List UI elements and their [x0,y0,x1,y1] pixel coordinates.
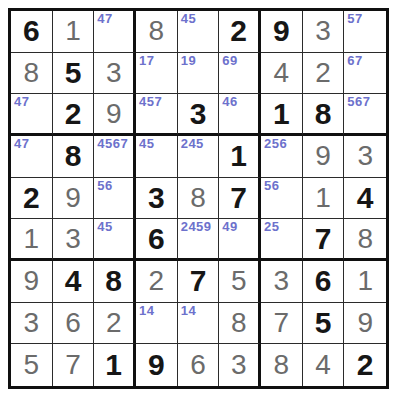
cell-r7c7[interactable]: 3 [261,261,303,303]
candidate-marks: 45 [181,12,196,26]
cell-r2c6[interactable]: 69 [219,53,261,95]
solved-digit: 8 [274,351,290,379]
cell-r8c6[interactable]: 8 [219,303,261,345]
candidate-marks: 17 [139,54,154,68]
cell-r5c8[interactable]: 1 [303,178,345,220]
cell-r9c3[interactable]: 1 [94,344,136,386]
given-digit: 1 [273,99,290,129]
cell-r7c5[interactable]: 7 [178,261,220,303]
cell-r5c9[interactable]: 4 [344,178,386,220]
cell-r3c6[interactable]: 46 [219,94,261,136]
cell-r3c3[interactable]: 9 [94,94,136,136]
solved-digit: 8 [190,184,206,212]
candidate-marks: 57 [347,12,362,26]
cell-r8c7[interactable]: 7 [261,303,303,345]
solved-digit: 2 [149,267,165,295]
solved-digit: 9 [106,100,122,128]
given-digit: 2 [65,99,82,129]
candidate-marks: 47 [14,137,29,151]
given-digit: 6 [148,224,165,254]
given-digit: 9 [148,350,165,380]
solved-digit: 8 [149,17,165,45]
cell-r7c4[interactable]: 2 [136,261,178,303]
cell-r3c7[interactable]: 1 [261,94,303,136]
candidate-marks: 56 [97,179,112,193]
cell-r4c4[interactable]: 45 [136,136,178,178]
cell-r4c1[interactable]: 47 [11,136,53,178]
given-digit: 6 [315,266,332,296]
given-digit: 4 [357,183,374,213]
cell-r6c7[interactable]: 25 [261,219,303,261]
candidate-marks: 2459 [181,220,212,234]
given-digit: 3 [190,99,207,129]
solved-digit: 5 [24,351,40,379]
candidate-marks: 67 [347,54,362,68]
given-digit: 7 [230,183,247,213]
candidate-marks: 245 [181,137,204,151]
solved-digit: 9 [315,142,331,170]
given-digit: 6 [23,16,40,46]
cell-r9c4[interactable]: 9 [136,344,178,386]
solved-digit: 1 [65,17,81,45]
cell-r3c1[interactable]: 47 [11,94,53,136]
cell-r8c1[interactable]: 3 [11,303,53,345]
candidate-marks: 45 [139,137,154,151]
given-digit: 1 [230,141,247,171]
candidate-marks: 56 [264,179,279,193]
solved-digit: 8 [24,59,40,87]
cell-r6c3[interactable]: 45 [94,219,136,261]
candidate-marks: 4567 [97,137,128,151]
cell-r7c3[interactable]: 8 [94,261,136,303]
solved-digit: 1 [357,267,373,295]
given-digit: 2 [357,350,374,380]
cell-r4c6[interactable]: 1 [219,136,261,178]
given-digit: 5 [315,308,332,338]
cell-r5c3[interactable]: 56 [94,178,136,220]
cell-r2c5[interactable]: 19 [178,53,220,95]
cell-r4c3[interactable]: 4567 [94,136,136,178]
solved-digit: 6 [190,351,206,379]
solved-digit: 8 [231,309,247,337]
solved-digit: 4 [315,351,331,379]
given-digit: 9 [273,16,290,46]
solved-digit: 8 [357,225,373,253]
cell-r3c8[interactable]: 8 [303,94,345,136]
cell-r8c4[interactable]: 14 [136,303,178,345]
cell-r1c7[interactable]: 9 [261,11,303,53]
cell-r2c1[interactable]: 8 [11,53,53,95]
cell-r5c1[interactable]: 2 [11,178,53,220]
candidate-marks: 256 [264,137,287,151]
cell-r3c5[interactable]: 3 [178,94,220,136]
cell-r1c8[interactable]: 3 [303,11,345,53]
given-digit: 2 [23,183,40,213]
given-digit: 7 [315,224,332,254]
cell-r5c7[interactable]: 56 [261,178,303,220]
cell-r9c1[interactable]: 5 [11,344,53,386]
candidate-marks: 457 [139,95,162,109]
solved-digit: 3 [65,225,81,253]
solved-digit: 3 [106,59,122,87]
cell-r7c8[interactable]: 6 [303,261,345,303]
given-digit: 7 [190,266,207,296]
candidate-marks: 49 [222,220,237,234]
cell-r4c7[interactable]: 256 [261,136,303,178]
solved-digit: 2 [315,59,331,87]
cell-r4c2[interactable]: 8 [53,136,95,178]
candidate-marks: 46 [222,95,237,109]
cell-r8c2[interactable]: 6 [53,303,95,345]
cell-r3c2[interactable]: 2 [53,94,95,136]
cell-r2c7[interactable]: 4 [261,53,303,95]
solved-digit: 9 [357,309,373,337]
candidate-marks: 47 [14,95,29,109]
cell-r8c8[interactable]: 5 [303,303,345,345]
solved-digit: 1 [24,225,40,253]
sudoku-board-wrap: 6147845293578531719694267472945734618567… [8,8,389,389]
cell-r3c4[interactable]: 457 [136,94,178,136]
solved-digit: 7 [65,351,81,379]
solved-digit: 3 [24,309,40,337]
cell-r9c8[interactable]: 4 [303,344,345,386]
solved-digit: 4 [274,59,290,87]
cell-r4c9[interactable]: 3 [344,136,386,178]
cell-r6c1[interactable]: 1 [11,219,53,261]
candidate-marks: 69 [222,54,237,68]
cell-r6c5[interactable]: 2459 [178,219,220,261]
cell-r8c3[interactable]: 2 [94,303,136,345]
solved-digit: 9 [24,267,40,295]
given-digit: 4 [65,266,82,296]
cell-r1c3[interactable]: 47 [94,11,136,53]
sudoku-board: 6147845293578531719694267472945734618567… [8,8,389,389]
given-digit: 1 [105,350,122,380]
cell-r1c1[interactable]: 6 [11,11,53,53]
given-digit: 8 [105,266,122,296]
cell-r3c9[interactable]: 567 [344,94,386,136]
solved-digit: 3 [357,142,373,170]
candidate-marks: 19 [181,54,196,68]
solved-digit: 1 [315,184,331,212]
cell-r6c9[interactable]: 8 [344,219,386,261]
cell-r2c8[interactable]: 2 [303,53,345,95]
cell-r2c9[interactable]: 67 [344,53,386,95]
solved-digit: 3 [315,17,331,45]
cell-r1c9[interactable]: 57 [344,11,386,53]
cell-r7c9[interactable]: 1 [344,261,386,303]
cell-r4c5[interactable]: 245 [178,136,220,178]
candidate-marks: 14 [181,304,196,318]
solved-digit: 3 [231,351,247,379]
cell-r8c9[interactable]: 9 [344,303,386,345]
cell-r1c5[interactable]: 45 [178,11,220,53]
solved-digit: 5 [231,267,247,295]
cell-r5c6[interactable]: 7 [219,178,261,220]
cell-r5c2[interactable]: 9 [53,178,95,220]
candidate-marks: 14 [139,304,154,318]
cell-r8c5[interactable]: 14 [178,303,220,345]
cell-r5c4[interactable]: 3 [136,178,178,220]
cell-r7c6[interactable]: 5 [219,261,261,303]
cell-r6c6[interactable]: 49 [219,219,261,261]
cell-r4c8[interactable]: 9 [303,136,345,178]
candidate-marks: 45 [97,220,112,234]
cell-r2c2[interactable]: 5 [53,53,95,95]
cell-r2c4[interactable]: 17 [136,53,178,95]
cell-r5c5[interactable]: 8 [178,178,220,220]
cell-r1c4[interactable]: 8 [136,11,178,53]
solved-digit: 9 [65,184,81,212]
cell-r1c2[interactable]: 1 [53,11,95,53]
cell-r1c6[interactable]: 2 [219,11,261,53]
cell-r9c5[interactable]: 6 [178,344,220,386]
cell-r9c2[interactable]: 7 [53,344,95,386]
candidate-marks: 25 [264,220,279,234]
cell-r9c7[interactable]: 8 [261,344,303,386]
given-digit: 3 [148,183,165,213]
solved-digit: 2 [106,309,122,337]
cell-r6c4[interactable]: 6 [136,219,178,261]
cell-r2c3[interactable]: 3 [94,53,136,95]
given-digit: 2 [230,16,247,46]
cell-r7c1[interactable]: 9 [11,261,53,303]
cell-r9c6[interactable]: 3 [219,344,261,386]
cell-r9c9[interactable]: 2 [344,344,386,386]
candidate-marks: 47 [97,12,112,26]
solved-digit: 6 [65,309,81,337]
cell-r7c2[interactable]: 4 [53,261,95,303]
given-digit: 8 [65,141,82,171]
cell-r6c8[interactable]: 7 [303,219,345,261]
candidate-marks: 567 [347,95,370,109]
given-digit: 8 [315,99,332,129]
cell-r6c2[interactable]: 3 [53,219,95,261]
solved-digit: 3 [274,267,290,295]
solved-digit: 7 [274,309,290,337]
given-digit: 5 [65,58,82,88]
